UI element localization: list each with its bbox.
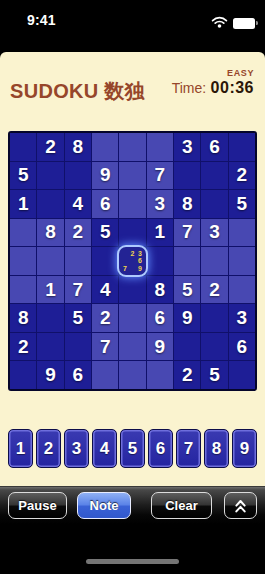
cell-r5c1[interactable] (10, 247, 36, 275)
cell-r9c4[interactable] (92, 361, 118, 389)
note-button[interactable]: Note (77, 492, 131, 519)
cell-r1c9[interactable] (229, 133, 255, 161)
cell-r9c7[interactable]: 2 (174, 361, 200, 389)
cell-r9c9[interactable] (229, 361, 255, 389)
cell-r3c1[interactable]: 1 (10, 190, 36, 218)
cell-r5c9[interactable] (229, 247, 255, 275)
timer-label: Time: (172, 80, 206, 96)
cell-r1c6[interactable] (147, 133, 173, 161)
cell-r6c1[interactable] (10, 276, 36, 304)
cell-r5c2[interactable] (37, 247, 63, 275)
cell-r6c6[interactable]: 8 (147, 276, 173, 304)
cell-r9c8[interactable]: 5 (201, 361, 227, 389)
cell-r9c3[interactable]: 6 (65, 361, 91, 389)
cell-r2c2[interactable] (37, 162, 63, 190)
cell-r3c7[interactable]: 8 (174, 190, 200, 218)
cell-r7c2[interactable] (37, 304, 63, 332)
cell-r3c9[interactable]: 5 (229, 190, 255, 218)
cell-r6c5[interactable] (119, 276, 145, 304)
cell-r6c2[interactable]: 1 (37, 276, 63, 304)
cell-r6c7[interactable]: 5 (174, 276, 200, 304)
cell-r9c2[interactable]: 9 (37, 361, 63, 389)
cell-r8c6[interactable]: 9 (147, 333, 173, 361)
cell-r2c7[interactable] (174, 162, 200, 190)
status-time: 9:41 (27, 12, 56, 28)
cell-r4c9[interactable] (229, 219, 255, 247)
cell-r1c2[interactable]: 2 (37, 133, 63, 161)
cell-r8c5[interactable] (119, 333, 145, 361)
sudoku-grid: 2836597214638582517323679174852852693279… (8, 131, 257, 391)
cell-r5c3[interactable] (65, 247, 91, 275)
bottom-toolbar: Pause Note Clear (0, 486, 265, 524)
cell-r4c8[interactable]: 3 (201, 219, 227, 247)
numpad-button-1[interactable]: 1 (8, 429, 33, 468)
game-hud: EASY Time: 00:36 (172, 68, 254, 97)
cell-r2c3[interactable] (65, 162, 91, 190)
sudoku-app: 9:41 SUDOKU 数独 EASY Time: 00:36 28365972… (0, 0, 265, 574)
cell-r3c2[interactable] (37, 190, 63, 218)
cell-r7c8[interactable] (201, 304, 227, 332)
cell-r5c7[interactable] (174, 247, 200, 275)
cell-r1c7[interactable]: 3 (174, 133, 200, 161)
cell-r7c6[interactable]: 6 (147, 304, 173, 332)
cell-r7c4[interactable]: 2 (92, 304, 118, 332)
cell-r7c3[interactable]: 5 (65, 304, 91, 332)
status-icons (211, 14, 255, 32)
cell-r1c5[interactable] (119, 133, 145, 161)
timer-value: 00:36 (211, 79, 254, 96)
game-area: SUDOKU 数独 EASY Time: 00:36 2836597214638… (0, 52, 265, 524)
cell-r5c8[interactable] (201, 247, 227, 275)
cell-r2c9[interactable]: 2 (229, 162, 255, 190)
cell-r8c4[interactable]: 7 (92, 333, 118, 361)
number-pad: 123456789 (8, 429, 257, 468)
cell-r7c5[interactable] (119, 304, 145, 332)
pause-button[interactable]: Pause (8, 492, 67, 519)
numpad-button-4[interactable]: 4 (92, 429, 117, 468)
cell-r8c7[interactable] (174, 333, 200, 361)
double-chevron-up-icon (233, 498, 248, 514)
numpad-button-3[interactable]: 3 (64, 429, 89, 468)
cell-r4c5[interactable] (119, 219, 145, 247)
cell-r6c3[interactable]: 7 (65, 276, 91, 304)
cell-r2c1[interactable]: 5 (10, 162, 36, 190)
cell-r6c4[interactable]: 4 (92, 276, 118, 304)
cell-r9c1[interactable] (10, 361, 36, 389)
numpad-button-5[interactable]: 5 (120, 429, 145, 468)
status-bar: 9:41 (0, 0, 265, 52)
numpad-button-6[interactable]: 6 (148, 429, 173, 468)
home-indicator[interactable] (86, 559, 179, 564)
cell-r2c4[interactable]: 9 (92, 162, 118, 190)
cell-r4c2[interactable]: 8 (37, 219, 63, 247)
cell-r7c9[interactable]: 3 (229, 304, 255, 332)
battery-icon (233, 18, 255, 29)
cell-r3c3[interactable]: 4 (65, 190, 91, 218)
cell-r5c4[interactable] (92, 247, 118, 275)
cell-r7c7[interactable]: 9 (174, 304, 200, 332)
cell-r3c4[interactable]: 6 (92, 190, 118, 218)
cell-r8c2[interactable] (37, 333, 63, 361)
cell-r4c7[interactable]: 7 (174, 219, 200, 247)
cell-r3c5[interactable] (119, 190, 145, 218)
cell-r1c4[interactable] (92, 133, 118, 161)
difficulty-badge: EASY (172, 68, 254, 78)
cell-r5c6[interactable] (147, 247, 173, 275)
cell-r2c6[interactable]: 7 (147, 162, 173, 190)
cell-r3c8[interactable] (201, 190, 227, 218)
cell-r6c9[interactable] (229, 276, 255, 304)
numpad-button-7[interactable]: 7 (176, 429, 201, 468)
cell-r1c8[interactable]: 6 (201, 133, 227, 161)
cell-r3c6[interactable]: 3 (147, 190, 173, 218)
pencil-marks: 23679 (121, 249, 143, 273)
collapse-toolbar-button[interactable] (224, 492, 257, 519)
cell-r4c1[interactable] (10, 219, 36, 247)
cell-r9c6[interactable] (147, 361, 173, 389)
cell-r1c3[interactable]: 8 (65, 133, 91, 161)
cell-r8c8[interactable] (201, 333, 227, 361)
cell-r4c6[interactable]: 1 (147, 219, 173, 247)
timer: Time: 00:36 (172, 79, 254, 97)
cell-r8c9[interactable]: 6 (229, 333, 255, 361)
cell-r8c3[interactable] (65, 333, 91, 361)
cell-r9c5[interactable] (119, 361, 145, 389)
app-title: SUDOKU 数独 (10, 78, 145, 105)
cell-r2c5[interactable] (119, 162, 145, 190)
clear-button[interactable]: Clear (151, 492, 212, 519)
numpad-button-9[interactable]: 9 (232, 429, 257, 468)
cell-r6c8[interactable]: 2 (201, 276, 227, 304)
cell-r4c4[interactable]: 5 (92, 219, 118, 247)
numpad-button-2[interactable]: 2 (36, 429, 61, 468)
cell-r2c8[interactable] (201, 162, 227, 190)
cell-r8c1[interactable]: 2 (10, 333, 36, 361)
wifi-icon (211, 14, 228, 32)
cell-r5c5[interactable]: 23679 (119, 247, 145, 275)
cell-r4c3[interactable]: 2 (65, 219, 91, 247)
cell-r1c1[interactable] (10, 133, 36, 161)
numpad-button-8[interactable]: 8 (204, 429, 229, 468)
cell-r7c1[interactable]: 8 (10, 304, 36, 332)
